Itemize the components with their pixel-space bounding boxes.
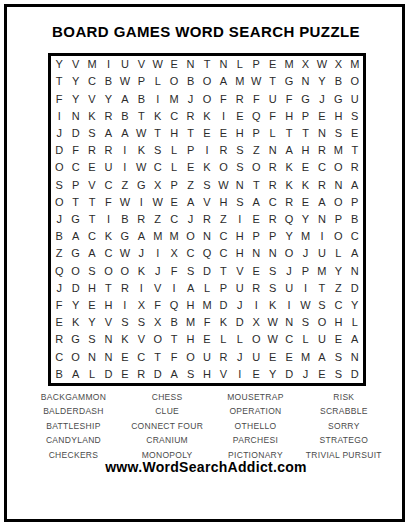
grid-cell-r17c16[interactable]: L xyxy=(297,331,313,348)
grid-cell-r13c1[interactable]: Q xyxy=(51,263,67,280)
grid-cell-r5c6[interactable]: W xyxy=(133,125,149,142)
grid-cell-r13c12[interactable]: V xyxy=(232,263,248,280)
grid-cell-r12c19[interactable]: A xyxy=(347,245,363,262)
grid-cell-r1c9[interactable]: N xyxy=(182,56,198,73)
grid-cell-r10c8[interactable]: C xyxy=(166,211,182,228)
grid-cell-r8c6[interactable]: G xyxy=(133,176,149,193)
grid-cell-r3c18[interactable]: G xyxy=(330,90,346,107)
grid-cell-r9c13[interactable]: A xyxy=(248,194,264,211)
grid-cell-r14c8[interactable]: I xyxy=(166,280,182,297)
grid-cell-r17c4[interactable]: N xyxy=(100,331,116,348)
grid-cell-r12c6[interactable]: J xyxy=(133,245,149,262)
grid-cell-r1c6[interactable]: V xyxy=(133,56,149,73)
grid-cell-r14c16[interactable]: I xyxy=(297,280,313,297)
grid-cell-r10c11[interactable]: Z xyxy=(215,211,231,228)
grid-cell-r2c16[interactable]: N xyxy=(297,73,313,90)
grid-cell-r14c5[interactable]: R xyxy=(117,280,133,297)
grid-cell-r2c2[interactable]: Y xyxy=(67,73,83,90)
grid-cell-r6c8[interactable]: L xyxy=(166,142,182,159)
grid-cell-r16c13[interactable]: X xyxy=(248,314,264,331)
grid-cell-r15c5[interactable]: I xyxy=(117,297,133,314)
grid-cell-r11c16[interactable]: M xyxy=(297,228,313,245)
grid-cell-r13c7[interactable]: J xyxy=(150,263,166,280)
grid-cell-r5c1[interactable]: J xyxy=(51,125,67,142)
grid-cell-r9c12[interactable]: S xyxy=(232,194,248,211)
grid-cell-r9c18[interactable]: O xyxy=(330,194,346,211)
grid-cell-r10c4[interactable]: I xyxy=(100,211,116,228)
grid-cell-r18c4[interactable]: N xyxy=(100,349,116,366)
grid-cell-r17c12[interactable]: L xyxy=(232,331,248,348)
grid-cell-r10c3[interactable]: T xyxy=(84,211,100,228)
grid-cell-r15c14[interactable]: K xyxy=(264,297,280,314)
grid-cell-r16c7[interactable]: X xyxy=(150,314,166,331)
grid-cell-r2c17[interactable]: Y xyxy=(314,73,330,90)
grid-cell-r4c2[interactable]: N xyxy=(67,108,83,125)
grid-cell-r11c18[interactable]: O xyxy=(330,228,346,245)
grid-cell-r13c2[interactable]: O xyxy=(67,263,83,280)
grid-cell-r2c15[interactable]: G xyxy=(281,73,297,90)
grid-cell-r10c1[interactable]: J xyxy=(51,211,67,228)
grid-cell-r16c14[interactable]: W xyxy=(264,314,280,331)
grid-cell-r6c2[interactable]: F xyxy=(67,142,83,159)
grid-cell-r7c3[interactable]: E xyxy=(84,159,100,176)
grid-cell-r8c1[interactable]: S xyxy=(51,176,67,193)
grid-cell-r18c17[interactable]: A xyxy=(314,349,330,366)
grid-cell-r14c7[interactable]: V xyxy=(150,280,166,297)
grid-cell-r15c8[interactable]: Q xyxy=(166,297,182,314)
grid-cell-r7c13[interactable]: O xyxy=(248,159,264,176)
grid-cell-r15c6[interactable]: X xyxy=(133,297,149,314)
grid-cell-r4c15[interactable]: H xyxy=(281,108,297,125)
grid-cell-r16c16[interactable]: S xyxy=(297,314,313,331)
grid-cell-r15c16[interactable]: W xyxy=(297,297,313,314)
grid-cell-r12c2[interactable]: G xyxy=(67,245,83,262)
grid-cell-r12c16[interactable]: J xyxy=(297,245,313,262)
grid-cell-r18c14[interactable]: E xyxy=(264,349,280,366)
grid-cell-r18c7[interactable]: T xyxy=(150,349,166,366)
grid-cell-r6c18[interactable]: M xyxy=(330,142,346,159)
grid-cell-r1c16[interactable]: X xyxy=(297,56,313,73)
grid-cell-r15c7[interactable]: F xyxy=(150,297,166,314)
grid-cell-r7c5[interactable]: I xyxy=(117,159,133,176)
grid-cell-r6c11[interactable]: R xyxy=(215,142,231,159)
grid-cell-r17c11[interactable]: L xyxy=(215,331,231,348)
grid-cell-r9c1[interactable]: O xyxy=(51,194,67,211)
grid-cell-r12c7[interactable]: I xyxy=(150,245,166,262)
grid-cell-r19c5[interactable]: E xyxy=(117,366,133,383)
grid-cell-r19c4[interactable]: D xyxy=(100,366,116,383)
grid-cell-r5c7[interactable]: T xyxy=(150,125,166,142)
grid-cell-r11c10[interactable]: N xyxy=(199,228,215,245)
grid-cell-r15c10[interactable]: M xyxy=(199,297,215,314)
grid-cell-r5c9[interactable]: T xyxy=(182,125,198,142)
grid-cell-r3c8[interactable]: M xyxy=(166,90,182,107)
grid-cell-r6c10[interactable]: I xyxy=(199,142,215,159)
grid-cell-r8c14[interactable]: R xyxy=(264,176,280,193)
grid-cell-r7c4[interactable]: U xyxy=(100,159,116,176)
grid-cell-r3c5[interactable]: A xyxy=(117,90,133,107)
grid-cell-r18c2[interactable]: O xyxy=(67,349,83,366)
grid-cell-r4c17[interactable]: E xyxy=(314,108,330,125)
grid-cell-r9c5[interactable]: W xyxy=(117,194,133,211)
grid-cell-r5c18[interactable]: S xyxy=(330,125,346,142)
grid-cell-r12c8[interactable]: X xyxy=(166,245,182,262)
grid-cell-r16c8[interactable]: B xyxy=(166,314,182,331)
grid-cell-r14c4[interactable]: T xyxy=(100,280,116,297)
grid-cell-r5c14[interactable]: L xyxy=(264,125,280,142)
grid-cell-r1c2[interactable]: V xyxy=(67,56,83,73)
grid-cell-r10c6[interactable]: R xyxy=(133,211,149,228)
grid-cell-r11c8[interactable]: M xyxy=(166,228,182,245)
grid-cell-r11c3[interactable]: C xyxy=(84,228,100,245)
grid-cell-r3c11[interactable]: F xyxy=(215,90,231,107)
grid-cell-r1c14[interactable]: E xyxy=(264,56,280,73)
grid-cell-r17c7[interactable]: O xyxy=(150,331,166,348)
grid-cell-r8c2[interactable]: P xyxy=(67,176,83,193)
grid-cell-r5c10[interactable]: E xyxy=(199,125,215,142)
grid-cell-r11c9[interactable]: O xyxy=(182,228,198,245)
grid-cell-r11c19[interactable]: C xyxy=(347,228,363,245)
grid-cell-r6c1[interactable]: D xyxy=(51,142,67,159)
grid-cell-r7c9[interactable]: E xyxy=(182,159,198,176)
grid-cell-r2c12[interactable]: M xyxy=(232,73,248,90)
grid-cell-r14c3[interactable]: H xyxy=(84,280,100,297)
grid-cell-r7c11[interactable]: O xyxy=(215,159,231,176)
grid-cell-r2c14[interactable]: T xyxy=(264,73,280,90)
grid-cell-r11c11[interactable]: C xyxy=(215,228,231,245)
grid-cell-r6c15[interactable]: A xyxy=(281,142,297,159)
grid-cell-r15c11[interactable]: D xyxy=(215,297,231,314)
grid-cell-r19c18[interactable]: S xyxy=(330,366,346,383)
grid-cell-r4c12[interactable]: E xyxy=(232,108,248,125)
grid-cell-r5c17[interactable]: N xyxy=(314,125,330,142)
grid-cell-r15c3[interactable]: E xyxy=(84,297,100,314)
grid-cell-r19c14[interactable]: Y xyxy=(264,366,280,383)
grid-cell-r19c7[interactable]: D xyxy=(150,366,166,383)
grid-cell-r11c4[interactable]: K xyxy=(100,228,116,245)
grid-cell-r11c7[interactable]: M xyxy=(150,228,166,245)
grid-cell-r15c17[interactable]: S xyxy=(314,297,330,314)
grid-cell-r9c16[interactable]: E xyxy=(297,194,313,211)
grid-cell-r19c2[interactable]: A xyxy=(67,366,83,383)
grid-cell-r14c12[interactable]: U xyxy=(232,280,248,297)
grid-cell-r16c15[interactable]: N xyxy=(281,314,297,331)
grid-cell-r17c2[interactable]: G xyxy=(67,331,83,348)
grid-cell-r3c3[interactable]: V xyxy=(84,90,100,107)
grid-cell-r13c3[interactable]: S xyxy=(84,263,100,280)
grid-cell-r19c17[interactable]: E xyxy=(314,366,330,383)
grid-cell-r5c16[interactable]: T xyxy=(297,125,313,142)
grid-cell-r7c6[interactable]: W xyxy=(133,159,149,176)
grid-cell-r10c10[interactable]: R xyxy=(199,211,215,228)
grid-cell-r2c6[interactable]: P xyxy=(133,73,149,90)
grid-cell-r13c6[interactable]: K xyxy=(133,263,149,280)
grid-cell-r4c18[interactable]: H xyxy=(330,108,346,125)
grid-cell-r17c18[interactable]: E xyxy=(330,331,346,348)
grid-cell-r5c12[interactable]: H xyxy=(232,125,248,142)
grid-cell-r2c13[interactable]: W xyxy=(248,73,264,90)
grid-cell-r16c12[interactable]: D xyxy=(232,314,248,331)
grid-cell-r9c14[interactable]: C xyxy=(264,194,280,211)
grid-cell-r3c17[interactable]: J xyxy=(314,90,330,107)
grid-cell-r2c9[interactable]: B xyxy=(182,73,198,90)
grid-cell-r15c1[interactable]: F xyxy=(51,297,67,314)
grid-cell-r19c19[interactable]: D xyxy=(347,366,363,383)
grid-cell-r12c18[interactable]: L xyxy=(330,245,346,262)
grid-cell-r3c7[interactable]: I xyxy=(150,90,166,107)
grid-cell-r4c4[interactable]: R xyxy=(100,108,116,125)
grid-cell-r9c7[interactable]: W xyxy=(150,194,166,211)
grid-cell-r8c11[interactable]: W xyxy=(215,176,231,193)
grid-cell-r8c16[interactable]: K xyxy=(297,176,313,193)
grid-cell-r8c8[interactable]: P xyxy=(166,176,182,193)
grid-cell-r18c3[interactable]: N xyxy=(84,349,100,366)
grid-cell-r5c2[interactable]: D xyxy=(67,125,83,142)
grid-cell-r7c18[interactable]: O xyxy=(330,159,346,176)
grid-cell-r14c10[interactable]: L xyxy=(199,280,215,297)
grid-cell-r14c18[interactable]: Z xyxy=(330,280,346,297)
grid-cell-r18c5[interactable]: E xyxy=(117,349,133,366)
grid-cell-r16c11[interactable]: K xyxy=(215,314,231,331)
grid-cell-r7c8[interactable]: L xyxy=(166,159,182,176)
grid-cell-r2c1[interactable]: T xyxy=(51,73,67,90)
grid-cell-r3c4[interactable]: Y xyxy=(100,90,116,107)
grid-cell-r10c5[interactable]: B xyxy=(117,211,133,228)
grid-cell-r18c13[interactable]: U xyxy=(248,349,264,366)
grid-cell-r18c12[interactable]: J xyxy=(232,349,248,366)
grid-cell-r8c15[interactable]: K xyxy=(281,176,297,193)
grid-cell-r12c12[interactable]: H xyxy=(232,245,248,262)
grid-cell-r18c9[interactable]: O xyxy=(182,349,198,366)
grid-cell-r3c13[interactable]: F xyxy=(248,90,264,107)
grid-cell-r8c9[interactable]: Z xyxy=(182,176,198,193)
grid-cell-r1c13[interactable]: P xyxy=(248,56,264,73)
grid-cell-r19c12[interactable]: I xyxy=(232,366,248,383)
grid-cell-r6c7[interactable]: S xyxy=(150,142,166,159)
grid-cell-r5c8[interactable]: H xyxy=(166,125,182,142)
grid-cell-r19c11[interactable]: V xyxy=(215,366,231,383)
grid-cell-r13c18[interactable]: Y xyxy=(330,263,346,280)
grid-cell-r6c16[interactable]: H xyxy=(297,142,313,159)
grid-cell-r14c15[interactable]: U xyxy=(281,280,297,297)
grid-cell-r14c13[interactable]: R xyxy=(248,280,264,297)
grid-cell-r7c1[interactable]: O xyxy=(51,159,67,176)
grid-cell-r3c12[interactable]: R xyxy=(232,90,248,107)
grid-cell-r8c19[interactable]: A xyxy=(347,176,363,193)
grid-cell-r17c15[interactable]: C xyxy=(281,331,297,348)
grid-cell-r6c14[interactable]: N xyxy=(264,142,280,159)
grid-cell-r3c2[interactable]: Y xyxy=(67,90,83,107)
grid-cell-r1c7[interactable]: W xyxy=(150,56,166,73)
grid-cell-r13c15[interactable]: J xyxy=(281,263,297,280)
grid-cell-r18c15[interactable]: E xyxy=(281,349,297,366)
grid-cell-r17c17[interactable]: U xyxy=(314,331,330,348)
grid-cell-r19c6[interactable]: R xyxy=(133,366,149,383)
grid-cell-r14c19[interactable]: D xyxy=(347,280,363,297)
grid-cell-r11c2[interactable]: A xyxy=(67,228,83,245)
grid-cell-r19c15[interactable]: D xyxy=(281,366,297,383)
grid-cell-r18c11[interactable]: R xyxy=(215,349,231,366)
grid-cell-r16c19[interactable]: L xyxy=(347,314,363,331)
grid-cell-r18c8[interactable]: F xyxy=(166,349,182,366)
grid-cell-r2c19[interactable]: O xyxy=(347,73,363,90)
grid-cell-r4c1[interactable]: I xyxy=(51,108,67,125)
grid-cell-r16c5[interactable]: S xyxy=(117,314,133,331)
grid-cell-r10c14[interactable]: R xyxy=(264,211,280,228)
grid-cell-r12c9[interactable]: C xyxy=(182,245,198,262)
grid-cell-r1c15[interactable]: M xyxy=(281,56,297,73)
grid-cell-r10c9[interactable]: J xyxy=(182,211,198,228)
grid-cell-r18c6[interactable]: C xyxy=(133,349,149,366)
grid-cell-r3c14[interactable]: U xyxy=(264,90,280,107)
grid-cell-r1c12[interactable]: L xyxy=(232,56,248,73)
grid-cell-r13c5[interactable]: O xyxy=(117,263,133,280)
grid-cell-r3c16[interactable]: G xyxy=(297,90,313,107)
grid-cell-r11c14[interactable]: P xyxy=(264,228,280,245)
grid-cell-r1c11[interactable]: N xyxy=(215,56,231,73)
grid-cell-r12c10[interactable]: Q xyxy=(199,245,215,262)
grid-cell-r8c12[interactable]: N xyxy=(232,176,248,193)
grid-cell-r6c9[interactable]: P xyxy=(182,142,198,159)
grid-cell-r10c12[interactable]: I xyxy=(232,211,248,228)
grid-cell-r18c18[interactable]: S xyxy=(330,349,346,366)
grid-cell-r1c10[interactable]: T xyxy=(199,56,215,73)
grid-cell-r14c9[interactable]: A xyxy=(182,280,198,297)
grid-cell-r1c5[interactable]: U xyxy=(117,56,133,73)
grid-cell-r3c10[interactable]: O xyxy=(199,90,215,107)
grid-cell-r8c7[interactable]: X xyxy=(150,176,166,193)
grid-cell-r13c8[interactable]: F xyxy=(166,263,182,280)
grid-cell-r5c15[interactable]: T xyxy=(281,125,297,142)
grid-cell-r10c13[interactable]: E xyxy=(248,211,264,228)
grid-cell-r17c8[interactable]: T xyxy=(166,331,182,348)
grid-cell-r13c16[interactable]: P xyxy=(297,263,313,280)
grid-cell-r8c4[interactable]: C xyxy=(100,176,116,193)
grid-cell-r1c17[interactable]: W xyxy=(314,56,330,73)
grid-cell-r15c19[interactable]: Y xyxy=(347,297,363,314)
grid-cell-r11c1[interactable]: B xyxy=(51,228,67,245)
grid-cell-r15c9[interactable]: H xyxy=(182,297,198,314)
grid-cell-r13c10[interactable]: D xyxy=(199,263,215,280)
grid-cell-r16c3[interactable]: Y xyxy=(84,314,100,331)
grid-cell-r16c6[interactable]: S xyxy=(133,314,149,331)
grid-cell-r14c2[interactable]: D xyxy=(67,280,83,297)
grid-cell-r16c10[interactable]: F xyxy=(199,314,215,331)
grid-cell-r18c19[interactable]: N xyxy=(347,349,363,366)
grid-cell-r1c4[interactable]: I xyxy=(100,56,116,73)
grid-cell-r3c19[interactable]: U xyxy=(347,90,363,107)
grid-cell-r16c17[interactable]: O xyxy=(314,314,330,331)
grid-cell-r4c6[interactable]: T xyxy=(133,108,149,125)
grid-cell-r16c18[interactable]: H xyxy=(330,314,346,331)
grid-cell-r19c3[interactable]: L xyxy=(84,366,100,383)
grid-cell-r2c5[interactable]: W xyxy=(117,73,133,90)
grid-cell-r6c6[interactable]: K xyxy=(133,142,149,159)
grid-cell-r11c13[interactable]: P xyxy=(248,228,264,245)
grid-cell-r10c7[interactable]: Z xyxy=(150,211,166,228)
grid-cell-r16c4[interactable]: V xyxy=(100,314,116,331)
grid-cell-r9c2[interactable]: T xyxy=(67,194,83,211)
grid-cell-r9c3[interactable]: T xyxy=(84,194,100,211)
grid-cell-r16c1[interactable]: E xyxy=(51,314,67,331)
grid-cell-r2c11[interactable]: A xyxy=(215,73,231,90)
grid-cell-r9c17[interactable]: A xyxy=(314,194,330,211)
grid-cell-r9c15[interactable]: R xyxy=(281,194,297,211)
grid-cell-r17c19[interactable]: A xyxy=(347,331,363,348)
grid-cell-r15c13[interactable]: I xyxy=(248,297,264,314)
grid-cell-r19c10[interactable]: H xyxy=(199,366,215,383)
grid-cell-r4c16[interactable]: P xyxy=(297,108,313,125)
grid-cell-r11c6[interactable]: A xyxy=(133,228,149,245)
grid-cell-r14c11[interactable]: P xyxy=(215,280,231,297)
grid-cell-r5c5[interactable]: A xyxy=(117,125,133,142)
grid-cell-r2c4[interactable]: B xyxy=(100,73,116,90)
grid-cell-r17c13[interactable]: O xyxy=(248,331,264,348)
grid-cell-r15c4[interactable]: H xyxy=(100,297,116,314)
grid-cell-r15c18[interactable]: C xyxy=(330,297,346,314)
grid-cell-r1c19[interactable]: M xyxy=(347,56,363,73)
grid-cell-r7c15[interactable]: K xyxy=(281,159,297,176)
grid-cell-r8c3[interactable]: V xyxy=(84,176,100,193)
grid-cell-r7c19[interactable]: R xyxy=(347,159,363,176)
grid-cell-r14c14[interactable]: S xyxy=(264,280,280,297)
grid-cell-r17c14[interactable]: W xyxy=(264,331,280,348)
grid-cell-r13c11[interactable]: T xyxy=(215,263,231,280)
grid-cell-r19c16[interactable]: J xyxy=(297,366,313,383)
grid-cell-r2c8[interactable]: O xyxy=(166,73,182,90)
grid-cell-r12c5[interactable]: W xyxy=(117,245,133,262)
grid-cell-r10c16[interactable]: Y xyxy=(297,211,313,228)
grid-cell-r6c17[interactable]: R xyxy=(314,142,330,159)
grid-cell-r1c3[interactable]: M xyxy=(84,56,100,73)
grid-cell-r11c15[interactable]: Y xyxy=(281,228,297,245)
grid-cell-r9c6[interactable]: I xyxy=(133,194,149,211)
grid-cell-r4c10[interactable]: K xyxy=(199,108,215,125)
grid-cell-r16c9[interactable]: M xyxy=(182,314,198,331)
grid-cell-r6c12[interactable]: S xyxy=(232,142,248,159)
grid-cell-r6c5[interactable]: I xyxy=(117,142,133,159)
grid-cell-r7c14[interactable]: R xyxy=(264,159,280,176)
grid-cell-r12c4[interactable]: C xyxy=(100,245,116,262)
grid-cell-r10c2[interactable]: G xyxy=(67,211,83,228)
grid-cell-r12c3[interactable]: A xyxy=(84,245,100,262)
grid-cell-r9c10[interactable]: V xyxy=(199,194,215,211)
grid-cell-r9c19[interactable]: P xyxy=(347,194,363,211)
grid-cell-r13c9[interactable]: S xyxy=(182,263,198,280)
grid-cell-r3c6[interactable]: B xyxy=(133,90,149,107)
grid-cell-r2c3[interactable]: C xyxy=(84,73,100,90)
grid-cell-r5c13[interactable]: P xyxy=(248,125,264,142)
grid-cell-r10c17[interactable]: N xyxy=(314,211,330,228)
grid-cell-r12c11[interactable]: C xyxy=(215,245,231,262)
grid-cell-r11c5[interactable]: G xyxy=(117,228,133,245)
grid-cell-r18c1[interactable]: C xyxy=(51,349,67,366)
grid-cell-r15c15[interactable]: I xyxy=(281,297,297,314)
grid-cell-r3c9[interactable]: J xyxy=(182,90,198,107)
grid-cell-r4c13[interactable]: Q xyxy=(248,108,264,125)
grid-cell-r12c13[interactable]: N xyxy=(248,245,264,262)
grid-cell-r10c15[interactable]: Q xyxy=(281,211,297,228)
grid-cell-r13c17[interactable]: M xyxy=(314,263,330,280)
grid-cell-r4c7[interactable]: K xyxy=(150,108,166,125)
grid-cell-r7c17[interactable]: C xyxy=(314,159,330,176)
grid-cell-r6c4[interactable]: R xyxy=(100,142,116,159)
grid-cell-r6c13[interactable]: Z xyxy=(248,142,264,159)
grid-cell-r17c1[interactable]: R xyxy=(51,331,67,348)
grid-cell-r4c8[interactable]: C xyxy=(166,108,182,125)
grid-cell-r7c7[interactable]: C xyxy=(150,159,166,176)
grid-cell-r8c17[interactable]: R xyxy=(314,176,330,193)
